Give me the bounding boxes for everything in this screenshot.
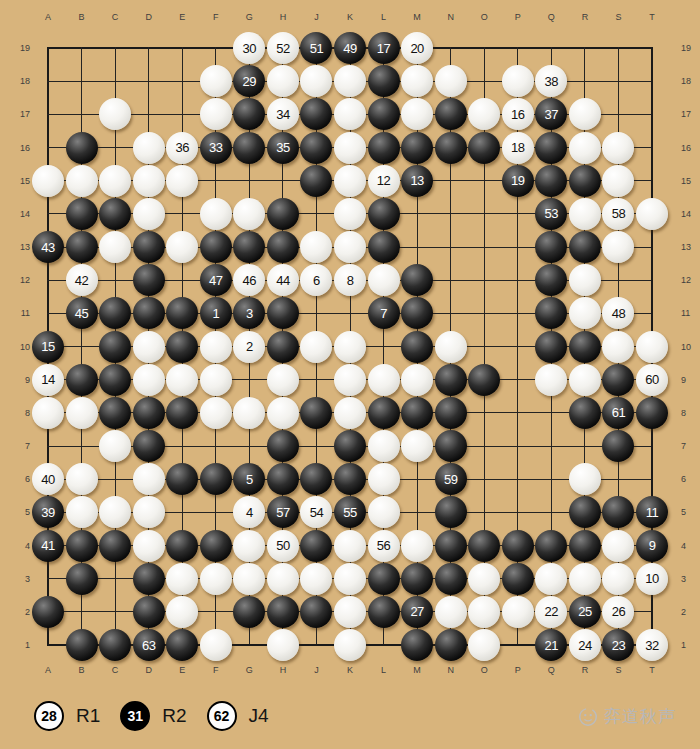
stone-number: 30	[243, 42, 256, 55]
column-label-bottom: H	[273, 665, 293, 675]
stone-S7	[602, 430, 634, 462]
stone-M16	[401, 132, 433, 164]
stone-R6	[569, 463, 601, 495]
stone-F14	[200, 198, 232, 230]
stone-N1	[435, 629, 467, 661]
stone-C7	[99, 430, 131, 462]
row-label-right: 19	[681, 43, 700, 53]
stone-number: 44	[276, 274, 289, 287]
stone-F4	[200, 530, 232, 562]
stone-C15	[99, 165, 131, 197]
stone-H6	[267, 463, 299, 495]
stone-L11: 7	[368, 297, 400, 329]
stone-B13	[66, 231, 98, 263]
stone-F18	[200, 65, 232, 97]
stone-C17	[99, 98, 131, 130]
stone-number: 15	[41, 340, 54, 353]
stone-O9	[468, 364, 500, 396]
stone-F11: 1	[200, 297, 232, 329]
stone-number: 11	[646, 506, 659, 519]
stone-R3	[569, 563, 601, 595]
stone-J17	[300, 98, 332, 130]
stone-L17	[368, 98, 400, 130]
stone-M9	[401, 364, 433, 396]
stone-E11	[166, 297, 198, 329]
stone-M1	[401, 629, 433, 661]
row-label-right: 16	[681, 143, 700, 153]
stone-T5: 11	[636, 496, 668, 528]
stone-Q11	[535, 297, 567, 329]
stone-B3	[66, 563, 98, 595]
stone-F6	[200, 463, 232, 495]
stone-number: 50	[276, 539, 289, 552]
row-label-right: 1	[681, 640, 700, 650]
stone-B5	[66, 496, 98, 528]
stone-number: 4	[246, 506, 253, 519]
stone-number: 3	[246, 307, 253, 320]
row-label-right: 6	[681, 474, 700, 484]
column-label-bottom: P	[508, 665, 528, 675]
watermark-text: 弈道秋声	[604, 705, 676, 728]
stone-K15	[334, 165, 366, 197]
stone-G18: 29	[233, 65, 265, 97]
row-label-right: 8	[681, 408, 700, 418]
column-label-bottom: S	[608, 665, 628, 675]
stone-C14	[99, 198, 131, 230]
stone-R15	[569, 165, 601, 197]
stone-number: 54	[310, 506, 323, 519]
stone-J5: 54	[300, 496, 332, 528]
row-label-left: 9	[8, 375, 30, 385]
stone-number: 26	[612, 605, 625, 618]
stone-N5	[435, 496, 467, 528]
row-label-left: 6	[8, 474, 30, 484]
stone-C8	[99, 397, 131, 429]
stone-number: 35	[276, 141, 289, 154]
caption-stone-62: 62	[207, 701, 237, 731]
stone-O3	[468, 563, 500, 595]
stone-A2	[32, 596, 64, 628]
stone-N18	[435, 65, 467, 97]
stone-M12	[401, 264, 433, 296]
stone-B4	[66, 530, 98, 562]
caption-location: J4	[249, 705, 269, 727]
stone-N8	[435, 397, 467, 429]
column-label-bottom: B	[72, 665, 92, 675]
stone-L19: 17	[368, 32, 400, 64]
stone-number: 32	[645, 639, 658, 652]
row-label-right: 5	[681, 507, 700, 517]
stone-L12	[368, 264, 400, 296]
row-label-left: 1	[8, 640, 30, 650]
diagram-caption: 28R131R262J4	[34, 699, 289, 733]
stone-K5: 55	[334, 496, 366, 528]
stone-E1	[166, 629, 198, 661]
stone-L3	[368, 563, 400, 595]
stone-D12	[133, 264, 165, 296]
column-label-bottom: K	[340, 665, 360, 675]
row-label-right: 12	[681, 275, 700, 285]
stone-number: 38	[545, 75, 558, 88]
stone-J18	[300, 65, 332, 97]
stone-L15: 12	[368, 165, 400, 197]
stone-number: 17	[377, 42, 390, 55]
stone-K16	[334, 132, 366, 164]
stone-R1: 24	[569, 629, 601, 661]
stone-L8	[368, 397, 400, 429]
stone-number: 18	[511, 141, 524, 154]
stone-A8	[32, 397, 64, 429]
stone-number: 48	[612, 307, 625, 320]
stone-D2	[133, 596, 165, 628]
row-label-right: 15	[681, 176, 700, 186]
caption-location: R2	[162, 705, 186, 727]
stone-J16	[300, 132, 332, 164]
stone-D6	[133, 463, 165, 495]
column-label-bottom: C	[105, 665, 125, 675]
stone-M18	[401, 65, 433, 97]
stone-number: 37	[545, 108, 558, 121]
stone-R11	[569, 297, 601, 329]
stone-number: 6	[313, 274, 320, 287]
stone-A13: 43	[32, 231, 64, 263]
stone-number: 21	[545, 639, 558, 652]
stone-D5	[133, 496, 165, 528]
stone-J4	[300, 530, 332, 562]
stone-S2: 26	[602, 596, 634, 628]
stone-D15	[133, 165, 165, 197]
stone-H3	[267, 563, 299, 595]
stone-S1: 23	[602, 629, 634, 661]
stone-P15: 19	[502, 165, 534, 197]
stone-T4: 9	[636, 530, 668, 562]
caption-location: R1	[76, 705, 100, 727]
stone-number: 25	[578, 605, 591, 618]
column-label-bottom: D	[139, 665, 159, 675]
smiley-face-icon	[577, 705, 599, 727]
stone-H19: 52	[267, 32, 299, 64]
stone-A4: 41	[32, 530, 64, 562]
row-label-left: 16	[8, 143, 30, 153]
stone-N6: 59	[435, 463, 467, 495]
caption-stone-31: 31	[120, 701, 150, 731]
stone-B8	[66, 397, 98, 429]
column-label-top: K	[340, 12, 360, 22]
stone-P3	[502, 563, 534, 595]
row-label-left: 11	[8, 308, 30, 318]
stone-M17	[401, 98, 433, 130]
stone-L4: 56	[368, 530, 400, 562]
stone-number: 22	[545, 605, 558, 618]
stone-E10	[166, 331, 198, 363]
stone-R9	[569, 364, 601, 396]
stone-K18	[334, 65, 366, 97]
stone-H17: 34	[267, 98, 299, 130]
stone-K4	[334, 530, 366, 562]
stone-M8	[401, 397, 433, 429]
stone-number: 20	[410, 42, 423, 55]
stone-H10	[267, 331, 299, 363]
stone-P2	[502, 596, 534, 628]
column-label-top: B	[72, 12, 92, 22]
column-label-top: D	[139, 12, 159, 22]
stone-K1	[334, 629, 366, 661]
row-label-left: 7	[8, 441, 30, 451]
stone-D8	[133, 397, 165, 429]
row-label-right: 18	[681, 76, 700, 86]
stone-number: 40	[41, 473, 54, 486]
go-diagram: AABBCCDDEEFFGGHHJJKKLLMMNNOOPPQQRRSSTT19…	[0, 0, 700, 749]
stone-number: 42	[75, 274, 88, 287]
stone-T1: 32	[636, 629, 668, 661]
row-label-left: 8	[8, 408, 30, 418]
stone-number: 34	[276, 108, 289, 121]
stone-F10	[200, 331, 232, 363]
stone-number: 53	[545, 207, 558, 220]
stone-T14	[636, 198, 668, 230]
column-label-top: T	[642, 12, 662, 22]
stone-L9	[368, 364, 400, 396]
stone-G6: 5	[233, 463, 265, 495]
stone-R5	[569, 496, 601, 528]
stone-D9	[133, 364, 165, 396]
stone-H8	[267, 397, 299, 429]
stone-number: 19	[511, 174, 524, 187]
stone-G19: 30	[233, 32, 265, 64]
column-label-top: L	[374, 12, 394, 22]
row-label-right: 14	[681, 209, 700, 219]
stone-number: 24	[578, 639, 591, 652]
stone-M19: 20	[401, 32, 433, 64]
stone-B1	[66, 629, 98, 661]
stone-S16	[602, 132, 634, 164]
row-label-left: 2	[8, 607, 30, 617]
column-label-bottom: J	[306, 665, 326, 675]
stone-R12	[569, 264, 601, 296]
stone-E9	[166, 364, 198, 396]
stone-N10	[435, 331, 467, 363]
stone-G11: 3	[233, 297, 265, 329]
column-label-top: A	[38, 12, 58, 22]
column-label-bottom: A	[38, 665, 58, 675]
stone-C5	[99, 496, 131, 528]
stone-number: 52	[276, 42, 289, 55]
stone-K3	[334, 563, 366, 595]
stone-G12: 46	[233, 264, 265, 296]
stone-Q4	[535, 530, 567, 562]
stone-N3	[435, 563, 467, 595]
stone-number: 45	[75, 307, 88, 320]
column-label-top: J	[306, 12, 326, 22]
stone-L5	[368, 496, 400, 528]
stone-P17: 16	[502, 98, 534, 130]
stone-number: 13	[410, 174, 423, 187]
stone-C4	[99, 530, 131, 562]
stone-E3	[166, 563, 198, 595]
stone-B12: 42	[66, 264, 98, 296]
column-label-bottom: L	[374, 665, 394, 675]
stone-T8	[636, 397, 668, 429]
stone-N9	[435, 364, 467, 396]
stone-H5: 57	[267, 496, 299, 528]
stone-number: 27	[410, 605, 423, 618]
stone-S10	[602, 331, 634, 363]
stone-F1	[200, 629, 232, 661]
stone-M2: 27	[401, 596, 433, 628]
stone-H7	[267, 430, 299, 462]
stone-J12: 6	[300, 264, 332, 296]
stone-G14	[233, 198, 265, 230]
row-label-left: 5	[8, 507, 30, 517]
stone-K6	[334, 463, 366, 495]
stone-H18	[267, 65, 299, 97]
stone-M3	[401, 563, 433, 595]
stone-F16: 33	[200, 132, 232, 164]
stone-T3: 10	[636, 563, 668, 595]
stone-K2	[334, 596, 366, 628]
stone-J8	[300, 397, 332, 429]
stone-H16: 35	[267, 132, 299, 164]
stone-C10	[99, 331, 131, 363]
stone-number: 63	[142, 639, 155, 652]
stone-E15	[166, 165, 198, 197]
stone-A15	[32, 165, 64, 197]
stone-B15	[66, 165, 98, 197]
stone-number: 7	[380, 307, 387, 320]
stone-S15	[602, 165, 634, 197]
column-label-bottom: O	[474, 665, 494, 675]
column-label-top: O	[474, 12, 494, 22]
stone-T9: 60	[636, 364, 668, 396]
stone-number: 56	[377, 539, 390, 552]
stone-H13	[267, 231, 299, 263]
stone-Q2: 22	[535, 596, 567, 628]
stone-N4	[435, 530, 467, 562]
stone-O2	[468, 596, 500, 628]
stone-T10	[636, 331, 668, 363]
column-label-bottom: N	[441, 665, 461, 675]
row-label-right: 9	[681, 375, 700, 385]
column-label-bottom: T	[642, 665, 662, 675]
stone-S14: 58	[602, 198, 634, 230]
stone-E6	[166, 463, 198, 495]
column-label-bottom: Q	[541, 665, 561, 675]
stone-E8	[166, 397, 198, 429]
row-label-right: 3	[681, 574, 700, 584]
stone-G16	[233, 132, 265, 164]
row-label-right: 10	[681, 342, 700, 352]
row-label-right: 7	[681, 441, 700, 451]
stone-number: 60	[645, 373, 658, 386]
stone-O16	[468, 132, 500, 164]
stone-R10	[569, 331, 601, 363]
row-label-left: 10	[8, 342, 30, 352]
stone-number: 5	[246, 473, 253, 486]
watermark: 弈道秋声	[577, 701, 676, 731]
stone-number: 29	[243, 75, 256, 88]
stone-N16	[435, 132, 467, 164]
stone-N17	[435, 98, 467, 130]
column-label-top: E	[172, 12, 192, 22]
stone-R8	[569, 397, 601, 429]
stone-H2	[267, 596, 299, 628]
stone-J10	[300, 331, 332, 363]
stone-C11	[99, 297, 131, 329]
stone-Q15	[535, 165, 567, 197]
stone-Q16	[535, 132, 567, 164]
stone-K7	[334, 430, 366, 462]
column-label-top: R	[575, 12, 595, 22]
stone-M15: 13	[401, 165, 433, 197]
stone-J13	[300, 231, 332, 263]
stone-F13	[200, 231, 232, 263]
stone-E4	[166, 530, 198, 562]
stone-P16: 18	[502, 132, 534, 164]
stone-L2	[368, 596, 400, 628]
stone-O4	[468, 530, 500, 562]
stone-number: 12	[377, 174, 390, 187]
stone-H1	[267, 629, 299, 661]
stone-Q18: 38	[535, 65, 567, 97]
stone-M11	[401, 297, 433, 329]
stone-number: 61	[612, 406, 625, 419]
stone-F12: 47	[200, 264, 232, 296]
stone-number: 55	[343, 506, 356, 519]
stone-H9	[267, 364, 299, 396]
stone-H4: 50	[267, 530, 299, 562]
stone-O1	[468, 629, 500, 661]
row-label-right: 13	[681, 242, 700, 252]
stone-number: 51	[310, 42, 323, 55]
stone-S13	[602, 231, 634, 263]
column-label-top: F	[206, 12, 226, 22]
column-label-top: P	[508, 12, 528, 22]
stone-S5	[602, 496, 634, 528]
row-label-left: 4	[8, 541, 30, 551]
stone-S8: 61	[602, 397, 634, 429]
stone-Q10	[535, 331, 567, 363]
stone-H12: 44	[267, 264, 299, 296]
row-label-left: 18	[8, 76, 30, 86]
stone-J2	[300, 596, 332, 628]
stone-A6: 40	[32, 463, 64, 495]
stone-D7	[133, 430, 165, 462]
stone-H11	[267, 297, 299, 329]
stone-L16	[368, 132, 400, 164]
stone-number: 39	[41, 506, 54, 519]
caption-stone-28: 28	[34, 701, 64, 731]
stone-number: 36	[175, 141, 188, 154]
stone-J15	[300, 165, 332, 197]
stone-P18	[502, 65, 534, 97]
stone-D14	[133, 198, 165, 230]
stone-R2: 25	[569, 596, 601, 628]
stone-C9	[99, 364, 131, 396]
stone-A10: 15	[32, 331, 64, 363]
stone-K10	[334, 331, 366, 363]
stone-S9	[602, 364, 634, 396]
stone-E16: 36	[166, 132, 198, 164]
stone-D11	[133, 297, 165, 329]
stone-F9	[200, 364, 232, 396]
stone-P4	[502, 530, 534, 562]
stone-G13	[233, 231, 265, 263]
stone-K9	[334, 364, 366, 396]
stone-G5: 4	[233, 496, 265, 528]
stone-N7	[435, 430, 467, 462]
column-label-top: M	[407, 12, 427, 22]
stone-R14	[569, 198, 601, 230]
